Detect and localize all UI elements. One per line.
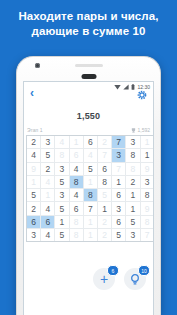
grid-cell[interactable]: 1 bbox=[126, 189, 139, 201]
best-score: 1,592 bbox=[131, 127, 150, 133]
grid-cell[interactable]: 7 bbox=[141, 229, 154, 241]
grid-cell[interactable]: 5 bbox=[55, 176, 68, 188]
best-score-value: 1,592 bbox=[137, 127, 150, 133]
grid-cell[interactable]: 8 bbox=[70, 216, 83, 228]
grid-cell[interactable]: 8 bbox=[98, 176, 111, 188]
grid-cell[interactable]: 1 bbox=[55, 216, 68, 228]
grid-cell[interactable]: 6 bbox=[70, 202, 83, 214]
hint-button[interactable]: 10 bbox=[124, 268, 146, 290]
add-count-badge: 6 bbox=[107, 265, 119, 276]
grid-cell[interactable]: 5 bbox=[112, 229, 125, 241]
grid-cell[interactable]: 8 bbox=[141, 216, 154, 228]
grid-cell[interactable]: 2 bbox=[27, 136, 40, 148]
settings-gear-icon[interactable] bbox=[137, 90, 147, 100]
grid-cell[interactable]: 3 bbox=[141, 176, 154, 188]
grid-cell[interactable]: 8 bbox=[55, 149, 68, 161]
grid-cell[interactable]: 7 bbox=[98, 149, 111, 161]
wifi-icon bbox=[114, 84, 121, 90]
grid-cell[interactable]: 1 bbox=[41, 189, 54, 201]
trophy-icon bbox=[131, 128, 136, 133]
grid-cell[interactable]: 1 bbox=[27, 176, 40, 188]
grid-cell[interactable]: 1 bbox=[141, 149, 154, 161]
grid-cell[interactable]: 8 bbox=[126, 163, 139, 175]
grid-cell[interactable]: 2 bbox=[27, 202, 40, 214]
earpiece bbox=[81, 74, 96, 79]
grid-cell[interactable]: 8 bbox=[141, 189, 154, 201]
app-screen: 12:30 ‹ 1,550 Этап 1 1,592 2341627314586… bbox=[23, 81, 154, 315]
grid-cell[interactable]: 3 bbox=[27, 229, 40, 241]
grid-cell[interactable]: 1 bbox=[112, 176, 125, 188]
speaker-grille bbox=[75, 64, 103, 67]
stage-label: Этап 1 bbox=[27, 127, 43, 133]
grid-cell[interactable]: 1 bbox=[84, 216, 97, 228]
add-numbers-button[interactable]: + 6 bbox=[93, 268, 115, 290]
grid-cell[interactable]: 1 bbox=[70, 136, 83, 148]
grid-cell[interactable]: 3 bbox=[55, 163, 68, 175]
front-camera-icon bbox=[35, 63, 40, 68]
grid-cell[interactable]: 7 bbox=[112, 163, 125, 175]
grid-cell[interactable]: 1 bbox=[84, 229, 97, 241]
back-button[interactable]: ‹ bbox=[30, 88, 34, 98]
grid-cell[interactable]: 2 bbox=[98, 229, 111, 241]
grid-cell[interactable]: 4 bbox=[41, 229, 54, 241]
banner-line2: дающие в сумме 10 bbox=[0, 24, 177, 39]
grid-cell[interactable]: 4 bbox=[41, 176, 54, 188]
grid-cell[interactable]: 6 bbox=[70, 149, 83, 161]
grid-cell[interactable]: 1 bbox=[141, 136, 154, 148]
grid-cell[interactable]: 6 bbox=[27, 216, 40, 228]
action-buttons: + 6 10 bbox=[93, 268, 146, 290]
grid-cell[interactable]: 4 bbox=[55, 136, 68, 148]
grid-cell[interactable]: 1 bbox=[84, 176, 97, 188]
grid-cell[interactable]: 8 bbox=[70, 229, 83, 241]
grid-cell[interactable]: 5 bbox=[27, 189, 40, 201]
stage-row: Этап 1 1,592 bbox=[27, 127, 150, 133]
grid-cell[interactable]: 4 bbox=[84, 149, 97, 161]
grid-cell[interactable]: 6 bbox=[98, 163, 111, 175]
grid-cell[interactable]: 7 bbox=[112, 136, 125, 148]
grid-cell[interactable]: 4 bbox=[70, 163, 83, 175]
grid-cell[interactable]: 6 bbox=[112, 189, 125, 201]
number-grid: 2341627314586473819234567891458181235134… bbox=[26, 135, 154, 242]
grid-cell[interactable]: 5 bbox=[55, 229, 68, 241]
grid-cell[interactable]: 5 bbox=[98, 189, 111, 201]
grid-cell[interactable]: 8 bbox=[70, 176, 83, 188]
banner-line1: Находите пары и числа, bbox=[0, 9, 177, 24]
grid-cell[interactable]: 2 bbox=[98, 136, 111, 148]
score-value: 1,550 bbox=[24, 111, 153, 121]
grid-cell[interactable]: 3 bbox=[112, 149, 125, 161]
grid-cell[interactable]: 4 bbox=[70, 189, 83, 201]
grid-cell[interactable]: 6 bbox=[112, 216, 125, 228]
grid-cell[interactable]: 6 bbox=[41, 216, 54, 228]
grid-cell[interactable]: 1 bbox=[126, 202, 139, 214]
signal-icon bbox=[123, 84, 129, 90]
grid-cell[interactable]: 3 bbox=[126, 229, 139, 241]
grid-cell[interactable]: 3 bbox=[55, 189, 68, 201]
grid-cell[interactable]: 5 bbox=[55, 202, 68, 214]
hint-count-badge: 10 bbox=[138, 265, 150, 276]
grid-cell[interactable]: 1 bbox=[98, 202, 111, 214]
grid-cell[interactable]: 9 bbox=[141, 202, 154, 214]
grid-cell[interactable]: 9 bbox=[27, 163, 40, 175]
grid-cell[interactable]: 5 bbox=[41, 149, 54, 161]
grid-cell[interactable]: 7 bbox=[84, 202, 97, 214]
phone-mockup: 12:30 ‹ 1,550 Этап 1 1,592 2341627314586… bbox=[16, 56, 161, 315]
grid-cell[interactable]: 4 bbox=[41, 202, 54, 214]
grid-cell[interactable]: 5 bbox=[84, 163, 97, 175]
grid-cell[interactable]: 2 bbox=[41, 163, 54, 175]
grid-cell[interactable]: 3 bbox=[112, 202, 125, 214]
grid-cell[interactable]: 2 bbox=[98, 216, 111, 228]
grid-cell[interactable]: 4 bbox=[27, 149, 40, 161]
grid-cell[interactable]: 2 bbox=[126, 176, 139, 188]
grid-cell[interactable]: 6 bbox=[84, 136, 97, 148]
grid-cell[interactable]: 9 bbox=[141, 163, 154, 175]
grid-cell[interactable]: 8 bbox=[126, 149, 139, 161]
promo-banner: Находите пары и числа, дающие в сумме 10 bbox=[0, 0, 177, 39]
battery-icon bbox=[131, 84, 135, 90]
grid-cell[interactable]: 8 bbox=[84, 189, 97, 201]
grid-cell[interactable]: 5 bbox=[126, 216, 139, 228]
grid-cell[interactable]: 3 bbox=[41, 136, 54, 148]
grid-cell[interactable]: 3 bbox=[126, 136, 139, 148]
